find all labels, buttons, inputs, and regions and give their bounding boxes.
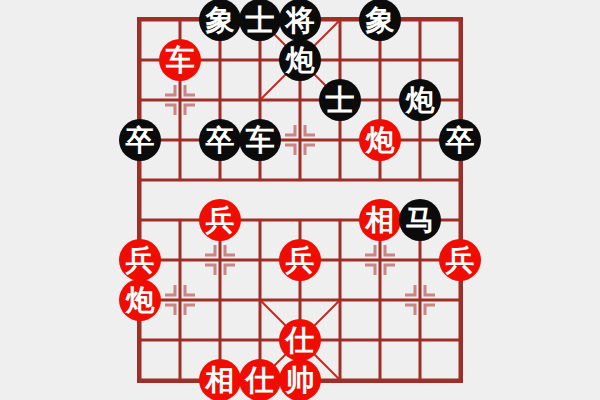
piece-black-general[interactable]: 将 [279, 0, 321, 41]
piece-black-advisor[interactable]: 士 [319, 79, 361, 121]
piece-red-soldier[interactable]: 兵 [119, 239, 161, 281]
piece-black-soldier[interactable]: 卒 [119, 119, 161, 161]
piece-red-soldier[interactable]: 兵 [279, 239, 321, 281]
piece-black-chariot[interactable]: 车 [239, 119, 281, 161]
piece-black-soldier[interactable]: 卒 [199, 119, 241, 161]
piece-black-cannon[interactable]: 炮 [279, 39, 321, 81]
piece-red-elephant[interactable]: 相 [359, 199, 401, 241]
piece-red-advisor[interactable]: 仕 [239, 359, 281, 400]
piece-red-soldier[interactable]: 兵 [199, 199, 241, 241]
piece-red-cannon[interactable]: 炮 [119, 279, 161, 321]
piece-layer: 象士将象车炮士炮卒卒车炮卒兵相马兵兵兵炮仕相仕帅 [0, 0, 600, 400]
piece-red-general[interactable]: 帅 [279, 359, 321, 400]
piece-red-cannon[interactable]: 炮 [359, 119, 401, 161]
piece-red-chariot[interactable]: 车 [159, 39, 201, 81]
piece-black-cannon[interactable]: 炮 [399, 79, 441, 121]
xiangqi-board: 象士将象车炮士炮卒卒车炮卒兵相马兵兵兵炮仕相仕帅 [0, 0, 600, 400]
piece-red-elephant[interactable]: 相 [199, 359, 241, 400]
piece-black-horse[interactable]: 马 [399, 199, 441, 241]
piece-red-advisor[interactable]: 仕 [279, 319, 321, 361]
piece-black-soldier[interactable]: 卒 [439, 119, 481, 161]
piece-red-soldier[interactable]: 兵 [439, 239, 481, 281]
piece-black-elephant[interactable]: 象 [359, 0, 401, 41]
piece-black-elephant[interactable]: 象 [199, 0, 241, 41]
piece-black-advisor[interactable]: 士 [239, 0, 281, 41]
